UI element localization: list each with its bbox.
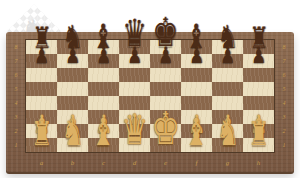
rank-label-5: 5 bbox=[278, 82, 290, 96]
square-b1: ♞ bbox=[57, 138, 88, 152]
square-c8: ♝ bbox=[88, 40, 119, 54]
black-knight: ♞ bbox=[212, 29, 243, 53]
square-h8: ♜ bbox=[243, 40, 274, 54]
square-h5 bbox=[243, 82, 274, 96]
square-a6 bbox=[26, 68, 57, 82]
square-b8: ♞ bbox=[57, 40, 88, 54]
board-field: ♜♞♝♛♚♝♞♜♟♟♟♟♟♟♟♟♟♟♟♟♟♟♟♟♜♞♝♛♚♝♞♜ bbox=[26, 40, 274, 152]
file-label-d: d bbox=[119, 160, 150, 167]
square-g2: ♟ bbox=[212, 124, 243, 138]
black-knight: ♞ bbox=[57, 29, 88, 53]
rank-label-3: 3 bbox=[10, 110, 22, 124]
file-labels: abcdefgh bbox=[26, 160, 274, 167]
rank-label-1: 1 bbox=[10, 138, 22, 152]
square-a5 bbox=[26, 82, 57, 96]
square-d8: ♛ bbox=[119, 40, 150, 54]
square-a1: ♜ bbox=[26, 138, 57, 152]
square-g1: ♞ bbox=[212, 138, 243, 152]
rank-label-8: 8 bbox=[278, 40, 290, 54]
square-c6 bbox=[88, 68, 119, 82]
square-d4 bbox=[119, 96, 150, 110]
square-g4 bbox=[212, 96, 243, 110]
rank-label-6: 6 bbox=[278, 68, 290, 82]
square-b3 bbox=[57, 110, 88, 124]
file-label-g: g bbox=[212, 160, 243, 167]
file-label-e: e bbox=[150, 160, 181, 167]
square-f3 bbox=[181, 110, 212, 124]
square-d3 bbox=[119, 110, 150, 124]
square-c7: ♟ bbox=[88, 54, 119, 68]
square-g6 bbox=[212, 68, 243, 82]
square-e5 bbox=[150, 82, 181, 96]
square-h2: ♟ bbox=[243, 124, 274, 138]
square-b4 bbox=[57, 96, 88, 110]
square-a8: ♜ bbox=[26, 40, 57, 54]
square-f7: ♟ bbox=[181, 54, 212, 68]
square-f2: ♟ bbox=[181, 124, 212, 138]
square-e4 bbox=[150, 96, 181, 110]
square-e3 bbox=[150, 110, 181, 124]
square-d5 bbox=[119, 82, 150, 96]
rank-label-2: 2 bbox=[278, 124, 290, 138]
black-king: ♚ bbox=[150, 23, 181, 53]
rank-label-6: 6 bbox=[10, 68, 22, 82]
rank-label-7: 7 bbox=[278, 54, 290, 68]
square-h4 bbox=[243, 96, 274, 110]
black-rook: ♜ bbox=[26, 31, 57, 53]
file-label-h: h bbox=[243, 160, 274, 167]
square-d1: ♛ bbox=[119, 138, 150, 152]
square-a3 bbox=[26, 110, 57, 124]
chess-board: ♜♞♝♛♚♝♞♜♟♟♟♟♟♟♟♟♟♟♟♟♟♟♟♟♜♞♝♛♚♝♞♜ abcdefg… bbox=[6, 32, 294, 172]
black-bishop: ♝ bbox=[88, 28, 119, 53]
square-f4 bbox=[181, 96, 212, 110]
rank-label-8: 8 bbox=[10, 40, 22, 54]
file-label-f: f bbox=[181, 160, 212, 167]
square-b2: ♟ bbox=[57, 124, 88, 138]
square-h6 bbox=[243, 68, 274, 82]
square-f5 bbox=[181, 82, 212, 96]
square-a4 bbox=[26, 96, 57, 110]
square-e7: ♟ bbox=[150, 54, 181, 68]
square-c1: ♝ bbox=[88, 138, 119, 152]
black-rook: ♜ bbox=[243, 31, 274, 53]
square-a2: ♟ bbox=[26, 124, 57, 138]
square-f6 bbox=[181, 68, 212, 82]
square-e2: ♟ bbox=[150, 124, 181, 138]
square-c5 bbox=[88, 82, 119, 96]
square-e8: ♚ bbox=[150, 40, 181, 54]
square-b7: ♟ bbox=[57, 54, 88, 68]
square-b5 bbox=[57, 82, 88, 96]
square-b6 bbox=[57, 68, 88, 82]
square-g5 bbox=[212, 82, 243, 96]
black-bishop: ♝ bbox=[181, 28, 212, 53]
file-label-c: c bbox=[88, 160, 119, 167]
square-e1: ♚ bbox=[150, 138, 181, 152]
rank-label-4: 4 bbox=[278, 96, 290, 110]
square-c3 bbox=[88, 110, 119, 124]
rank-label-3: 3 bbox=[278, 110, 290, 124]
rank-label-5: 5 bbox=[10, 82, 22, 96]
square-g8: ♞ bbox=[212, 40, 243, 54]
square-g7: ♟ bbox=[212, 54, 243, 68]
square-f1: ♝ bbox=[181, 138, 212, 152]
square-d6 bbox=[119, 68, 150, 82]
square-h7: ♟ bbox=[243, 54, 274, 68]
square-c2: ♟ bbox=[88, 124, 119, 138]
square-f8: ♝ bbox=[181, 40, 212, 54]
file-label-a: a bbox=[26, 160, 57, 167]
square-d2: ♟ bbox=[119, 124, 150, 138]
square-a7: ♟ bbox=[26, 54, 57, 68]
square-d7: ♟ bbox=[119, 54, 150, 68]
rank-label-2: 2 bbox=[10, 124, 22, 138]
rank-label-4: 4 bbox=[10, 96, 22, 110]
rank-label-1: 1 bbox=[278, 138, 290, 152]
square-g3 bbox=[212, 110, 243, 124]
rank-labels-right: 87654321 bbox=[278, 40, 290, 152]
square-h3 bbox=[243, 110, 274, 124]
rank-label-7: 7 bbox=[10, 54, 22, 68]
black-queen: ♛ bbox=[119, 25, 150, 53]
rank-labels-left: 87654321 bbox=[10, 40, 22, 152]
square-c4 bbox=[88, 96, 119, 110]
square-e6 bbox=[150, 68, 181, 82]
file-label-b: b bbox=[57, 160, 88, 167]
square-h1: ♜ bbox=[243, 138, 274, 152]
chess-set-product-photo: ♞ ♜♞♝♛♚♝♞♜♟♟♟♟♟♟♟♟♟♟♟♟♟♟♟♟♜♞♝♛♚♝♞♜ abcde… bbox=[0, 0, 300, 178]
